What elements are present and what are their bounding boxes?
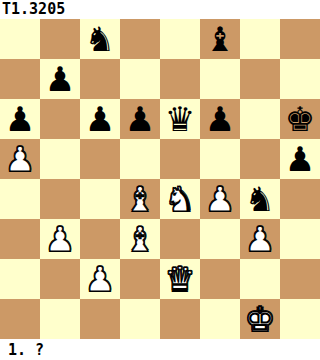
square-h1[interactable] xyxy=(280,299,320,339)
square-f7[interactable] xyxy=(200,59,240,99)
square-h4[interactable] xyxy=(280,179,320,219)
square-b7[interactable]: ♟ xyxy=(40,59,80,99)
piece-white-king: ♚ xyxy=(245,299,275,339)
square-c5[interactable] xyxy=(80,139,120,179)
square-c1[interactable] xyxy=(80,299,120,339)
square-g3[interactable]: ♟ xyxy=(240,219,280,259)
piece-black-knight: ♞ xyxy=(85,19,115,59)
square-d3[interactable]: ♝ xyxy=(120,219,160,259)
piece-white-knight: ♞ xyxy=(165,179,195,219)
square-e7[interactable] xyxy=(160,59,200,99)
piece-black-pawn: ♟ xyxy=(205,99,235,139)
square-b4[interactable] xyxy=(40,179,80,219)
square-b5[interactable] xyxy=(40,139,80,179)
square-h8[interactable] xyxy=(280,19,320,59)
piece-white-pawn: ♟ xyxy=(245,219,275,259)
square-a6[interactable]: ♟ xyxy=(0,99,40,139)
square-h7[interactable] xyxy=(280,59,320,99)
square-d2[interactable] xyxy=(120,259,160,299)
square-c7[interactable] xyxy=(80,59,120,99)
square-f8[interactable]: ♝ xyxy=(200,19,240,59)
square-e8[interactable] xyxy=(160,19,200,59)
square-e2[interactable]: ♛ xyxy=(160,259,200,299)
square-a5[interactable]: ♟ xyxy=(0,139,40,179)
piece-white-pawn: ♟ xyxy=(85,259,115,299)
piece-black-pawn: ♟ xyxy=(285,139,315,179)
square-d7[interactable] xyxy=(120,59,160,99)
square-g4[interactable]: ♞ xyxy=(240,179,280,219)
square-h5[interactable]: ♟ xyxy=(280,139,320,179)
square-c6[interactable]: ♟ xyxy=(80,99,120,139)
square-b1[interactable] xyxy=(40,299,80,339)
square-h2[interactable] xyxy=(280,259,320,299)
square-e4[interactable]: ♞ xyxy=(160,179,200,219)
piece-white-queen: ♛ xyxy=(165,259,195,299)
square-g1[interactable]: ♚ xyxy=(240,299,280,339)
piece-black-knight: ♞ xyxy=(245,179,275,219)
square-g8[interactable] xyxy=(240,19,280,59)
piece-black-pawn: ♟ xyxy=(5,99,35,139)
square-g5[interactable] xyxy=(240,139,280,179)
square-f2[interactable] xyxy=(200,259,240,299)
piece-black-queen: ♛ xyxy=(165,99,195,139)
square-a3[interactable] xyxy=(0,219,40,259)
square-e5[interactable] xyxy=(160,139,200,179)
square-d4[interactable]: ♝ xyxy=(120,179,160,219)
piece-black-king: ♚ xyxy=(285,99,315,139)
piece-black-pawn: ♟ xyxy=(125,99,155,139)
move-prompt: 1. ? xyxy=(0,339,320,360)
square-c4[interactable] xyxy=(80,179,120,219)
piece-black-pawn: ♟ xyxy=(85,99,115,139)
square-b6[interactable] xyxy=(40,99,80,139)
square-d1[interactable] xyxy=(120,299,160,339)
square-b2[interactable] xyxy=(40,259,80,299)
piece-black-pawn: ♟ xyxy=(45,59,75,99)
square-e1[interactable] xyxy=(160,299,200,339)
chess-board: ♞♝♟♟♟♟♛♟♚♟♟♝♞♟♞♟♝♟♟♛♚ xyxy=(0,19,320,339)
square-d6[interactable]: ♟ xyxy=(120,99,160,139)
square-e6[interactable]: ♛ xyxy=(160,99,200,139)
square-b8[interactable] xyxy=(40,19,80,59)
square-a7[interactable] xyxy=(0,59,40,99)
square-a4[interactable] xyxy=(0,179,40,219)
piece-white-pawn: ♟ xyxy=(5,139,35,179)
square-b3[interactable]: ♟ xyxy=(40,219,80,259)
square-h3[interactable] xyxy=(280,219,320,259)
puzzle-id: T1.3205 xyxy=(0,0,320,19)
square-f3[interactable] xyxy=(200,219,240,259)
square-f6[interactable]: ♟ xyxy=(200,99,240,139)
square-d5[interactable] xyxy=(120,139,160,179)
square-c3[interactable] xyxy=(80,219,120,259)
square-g2[interactable] xyxy=(240,259,280,299)
square-e3[interactable] xyxy=(160,219,200,259)
piece-black-bishop: ♝ xyxy=(205,19,235,59)
square-a8[interactable] xyxy=(0,19,40,59)
piece-white-bishop: ♝ xyxy=(125,179,155,219)
square-f4[interactable]: ♟ xyxy=(200,179,240,219)
square-f1[interactable] xyxy=(200,299,240,339)
square-h6[interactable]: ♚ xyxy=(280,99,320,139)
piece-white-pawn: ♟ xyxy=(45,219,75,259)
square-c2[interactable]: ♟ xyxy=(80,259,120,299)
square-f5[interactable] xyxy=(200,139,240,179)
piece-white-pawn: ♟ xyxy=(205,179,235,219)
square-c8[interactable]: ♞ xyxy=(80,19,120,59)
piece-white-bishop: ♝ xyxy=(125,219,155,259)
square-a1[interactable] xyxy=(0,299,40,339)
square-g7[interactable] xyxy=(240,59,280,99)
square-g6[interactable] xyxy=(240,99,280,139)
square-d8[interactable] xyxy=(120,19,160,59)
square-a2[interactable] xyxy=(0,259,40,299)
